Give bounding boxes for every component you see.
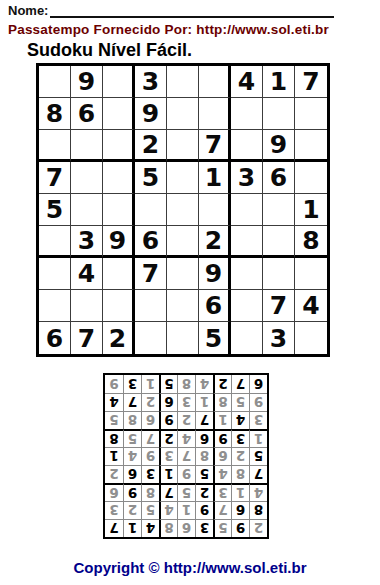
solution-cell-r8c2: 5 [231, 393, 249, 411]
puzzle-cell-r3c8[interactable]: 9 [263, 130, 295, 162]
puzzle-cell-r6c2[interactable]: 3 [71, 226, 103, 258]
puzzle-cell-r9c3[interactable]: 2 [103, 322, 135, 354]
name-row: Nome: [8, 3, 334, 18]
solution-cell-r5c5: 7 [177, 447, 195, 465]
solution-cell-r6c6: 2 [159, 429, 177, 447]
solution-cell-r8c4: 1 [195, 393, 213, 411]
puzzle-cell-r8c7[interactable] [231, 290, 263, 322]
solution-cell-r3c6: 7 [159, 483, 177, 501]
puzzle-cell-r9c2[interactable]: 7 [71, 322, 103, 354]
puzzle-cell-r6c6[interactable]: 2 [199, 226, 231, 258]
solution-cell-r1c6: 8 [159, 519, 177, 537]
puzzle-cell-r9c7[interactable] [231, 322, 263, 354]
puzzle-cell-r9c9[interactable] [295, 322, 327, 354]
puzzle-cell-r8c6[interactable]: 6 [199, 290, 231, 322]
solution-cell-r5c8: 4 [123, 447, 141, 465]
solution-cell-r6c8: 5 [123, 429, 141, 447]
solution-cell-r9c8: 3 [123, 375, 141, 393]
puzzle-cell-r5c9[interactable]: 1 [295, 194, 327, 226]
puzzle-cell-r7c6[interactable]: 9 [199, 258, 231, 290]
puzzle-cell-r8c2[interactable] [71, 290, 103, 322]
puzzle-cell-r5c8[interactable] [263, 194, 295, 226]
puzzle-cell-r7c5[interactable] [167, 258, 199, 290]
solution-cell-r3c8: 9 [123, 483, 141, 501]
solution-cell-r7c8: 8 [123, 411, 141, 429]
puzzle-cell-r5c3[interactable] [103, 194, 135, 226]
puzzle-cell-r8c1[interactable] [39, 290, 71, 322]
puzzle-cell-r2c7[interactable] [231, 98, 263, 130]
solution-cell-r6c4: 6 [195, 429, 213, 447]
puzzle-cell-r6c3[interactable]: 9 [103, 226, 135, 258]
puzzle-cell-r3c2[interactable] [71, 130, 103, 162]
puzzle-cell-r5c6[interactable] [199, 194, 231, 226]
puzzle-cell-r7c1[interactable] [39, 258, 71, 290]
puzzle-cell-r4c4[interactable]: 5 [135, 162, 167, 194]
solution-cell-r1c2: 9 [231, 519, 249, 537]
solution-cell-r7c5: 2 [177, 411, 195, 429]
solution-cell-r1c1: 2 [249, 519, 267, 537]
puzzle-cell-r2c8[interactable] [263, 98, 295, 130]
puzzle-cell-r7c2[interactable]: 4 [71, 258, 103, 290]
solution-cell-r9c3: 2 [213, 375, 231, 393]
puzzle-cell-r7c3[interactable] [103, 258, 135, 290]
solution-cell-r4c1: 7 [249, 465, 267, 483]
solution-cell-r7c9: 5 [105, 411, 123, 429]
puzzle-cell-r8c9[interactable]: 4 [295, 290, 327, 322]
puzzle-cell-r3c7[interactable] [231, 130, 263, 162]
puzzle-cell-r1c5[interactable] [167, 66, 199, 98]
puzzle-cell-r5c1[interactable]: 5 [39, 194, 71, 226]
puzzle-cell-r8c4[interactable] [135, 290, 167, 322]
puzzle-cell-r1c7[interactable]: 4 [231, 66, 263, 98]
solution-cell-r4c4: 5 [195, 465, 213, 483]
puzzle-cell-r6c4[interactable]: 6 [135, 226, 167, 258]
puzzle-cell-r1c6[interactable] [199, 66, 231, 98]
solution-cell-r4c6: 1 [159, 465, 177, 483]
solution-cell-r4c2: 8 [231, 465, 249, 483]
puzzle-cell-r6c7[interactable] [231, 226, 263, 258]
solution-cell-r2c6: 4 [159, 501, 177, 519]
puzzle-cell-r6c9[interactable]: 8 [295, 226, 327, 258]
solution-cell-r4c3: 4 [213, 465, 231, 483]
solution-cell-r2c8: 2 [123, 501, 141, 519]
copyright-line: Copyright © http://www.sol.eti.br [0, 559, 380, 576]
name-label: Nome: [8, 3, 48, 18]
solution-cell-r5c7: 9 [141, 447, 159, 465]
puzzle-cell-r1c1[interactable] [39, 66, 71, 98]
solution-cell-r5c4: 8 [195, 447, 213, 465]
puzzle-cell-r1c2[interactable]: 9 [71, 66, 103, 98]
solution-cell-r2c4: 9 [195, 501, 213, 519]
solution-cell-r2c7: 5 [141, 501, 159, 519]
worksheet-page: Nome: Passatempo Fornecido Por: http://w… [0, 0, 380, 585]
solution-cell-r1c8: 1 [123, 519, 141, 537]
solution-cell-r7c2: 4 [231, 411, 249, 429]
puzzle-cell-r5c4[interactable] [135, 194, 167, 226]
solution-cell-r3c3: 3 [213, 483, 231, 501]
solution-cell-r5c3: 6 [213, 447, 231, 465]
puzzle-cell-r2c4[interactable]: 9 [135, 98, 167, 130]
solution-cell-r1c5: 6 [177, 519, 195, 537]
puzzle-cell-r9c4[interactable] [135, 322, 167, 354]
puzzle-cell-r4c1[interactable]: 7 [39, 162, 71, 194]
solution-cell-r7c6: 9 [159, 411, 177, 429]
puzzle-cell-r9c8[interactable]: 3 [263, 322, 295, 354]
puzzle-cell-r4c3[interactable] [103, 162, 135, 194]
sudoku-solution-grid: 2953684178679145234132578967845913625268… [103, 373, 269, 539]
sudoku-puzzle-grid[interactable]: 9341786927975136513962847967467253 [36, 63, 330, 357]
puzzle-cell-r2c6[interactable] [199, 98, 231, 130]
solution-cell-r9c4: 4 [195, 375, 213, 393]
solution-cell-r2c2: 6 [231, 501, 249, 519]
solution-cell-r5c1: 5 [249, 447, 267, 465]
solution-cell-r8c3: 8 [213, 393, 231, 411]
puzzle-cell-r9c6[interactable]: 5 [199, 322, 231, 354]
puzzle-cell-r2c9[interactable] [295, 98, 327, 130]
puzzle-cell-r3c9[interactable] [295, 130, 327, 162]
puzzle-cell-r7c9[interactable] [295, 258, 327, 290]
solution-cell-r9c9: 9 [105, 375, 123, 393]
puzzle-cell-r4c8[interactable]: 6 [263, 162, 295, 194]
puzzle-cell-r6c8[interactable] [263, 226, 295, 258]
solution-cell-r4c9: 2 [105, 465, 123, 483]
solution-cell-r3c5: 5 [177, 483, 195, 501]
puzzle-cell-r3c3[interactable] [103, 130, 135, 162]
puzzle-cell-r7c4[interactable]: 7 [135, 258, 167, 290]
solution-cell-r2c5: 1 [177, 501, 195, 519]
puzzle-cell-r2c5[interactable] [167, 98, 199, 130]
puzzle-cell-r4c5[interactable] [167, 162, 199, 194]
solution-cell-r2c1: 8 [249, 501, 267, 519]
puzzle-cell-r3c5[interactable] [167, 130, 199, 162]
solution-cell-r3c4: 2 [195, 483, 213, 501]
solution-cell-r4c5: 9 [177, 465, 195, 483]
solution-cell-r1c7: 4 [141, 519, 159, 537]
solution-cell-r9c2: 7 [231, 375, 249, 393]
solution-cell-r8c8: 7 [123, 393, 141, 411]
puzzle-cell-r8c8[interactable]: 7 [263, 290, 295, 322]
solution-cell-r1c3: 5 [213, 519, 231, 537]
solution-cell-r9c6: 5 [159, 375, 177, 393]
puzzle-cell-r4c7[interactable]: 3 [231, 162, 263, 194]
solution-cell-r5c2: 2 [231, 447, 249, 465]
puzzle-cell-r1c9[interactable]: 7 [295, 66, 327, 98]
puzzle-cell-r5c2[interactable] [71, 194, 103, 226]
puzzle-cell-r4c9[interactable] [295, 162, 327, 194]
puzzle-cell-r3c4[interactable]: 2 [135, 130, 167, 162]
solution-cell-r9c7: 1 [141, 375, 159, 393]
solution-cell-r3c9: 6 [105, 483, 123, 501]
puzzle-cell-r5c5[interactable] [167, 194, 199, 226]
solution-cell-r1c9: 7 [105, 519, 123, 537]
provider-line: Passatempo Fornecido Por: http://www.sol… [8, 22, 329, 37]
puzzle-cell-r2c1[interactable]: 8 [39, 98, 71, 130]
solution-cell-r6c7: 7 [141, 429, 159, 447]
solution-cell-r7c7: 6 [141, 411, 159, 429]
puzzle-cell-r3c6[interactable]: 7 [199, 130, 231, 162]
puzzle-cell-r4c2[interactable] [71, 162, 103, 194]
solution-cell-r4c8: 6 [123, 465, 141, 483]
puzzle-cell-r1c4[interactable]: 3 [135, 66, 167, 98]
solution-cell-r4c7: 3 [141, 465, 159, 483]
solution-cell-r8c9: 4 [105, 393, 123, 411]
solution-cell-r5c6: 3 [159, 447, 177, 465]
puzzle-cell-r1c3[interactable] [103, 66, 135, 98]
puzzle-cell-r2c3[interactable] [103, 98, 135, 130]
solution-cell-r9c1: 6 [249, 375, 267, 393]
solution-cell-r3c7: 8 [141, 483, 159, 501]
puzzle-cell-r1c8[interactable]: 1 [263, 66, 295, 98]
name-blank-underline[interactable] [50, 3, 334, 18]
puzzle-cell-r8c3[interactable] [103, 290, 135, 322]
solution-cell-r9c5: 8 [177, 375, 195, 393]
solution-cell-r5c9: 1 [105, 447, 123, 465]
solution-cell-r2c3: 7 [213, 501, 231, 519]
solution-cell-r6c1: 1 [249, 429, 267, 447]
solution-cell-r8c6: 6 [159, 393, 177, 411]
puzzle-cell-r5c7[interactable] [231, 194, 263, 226]
solution-cell-r7c1: 3 [249, 411, 267, 429]
solution-cell-r8c1: 9 [249, 393, 267, 411]
puzzle-cell-r6c1[interactable] [39, 226, 71, 258]
puzzle-cell-r7c7[interactable] [231, 258, 263, 290]
solution-cell-r6c3: 9 [213, 429, 231, 447]
puzzle-cell-r3c1[interactable] [39, 130, 71, 162]
solution-cell-r7c3: 1 [213, 411, 231, 429]
puzzle-cell-r8c5[interactable] [167, 290, 199, 322]
solution-cell-r1c4: 3 [195, 519, 213, 537]
puzzle-cell-r6c5[interactable] [167, 226, 199, 258]
puzzle-cell-r9c1[interactable]: 6 [39, 322, 71, 354]
puzzle-cell-r9c5[interactable] [167, 322, 199, 354]
solution-cell-r8c5: 3 [177, 393, 195, 411]
solution-cell-r8c7: 2 [141, 393, 159, 411]
puzzle-cell-r7c8[interactable] [263, 258, 295, 290]
puzzle-cell-r2c2[interactable]: 6 [71, 98, 103, 130]
solution-cell-r3c2: 1 [231, 483, 249, 501]
solution-cell-r2c9: 3 [105, 501, 123, 519]
solution-cell-r6c2: 3 [231, 429, 249, 447]
page-title: Sudoku Nível Fácil. [27, 40, 192, 61]
solution-cell-r6c9: 8 [105, 429, 123, 447]
solution-cell-r3c1: 4 [249, 483, 267, 501]
puzzle-cell-r4c6[interactable]: 1 [199, 162, 231, 194]
solution-cell-r6c5: 4 [177, 429, 195, 447]
solution-cell-r7c4: 7 [195, 411, 213, 429]
